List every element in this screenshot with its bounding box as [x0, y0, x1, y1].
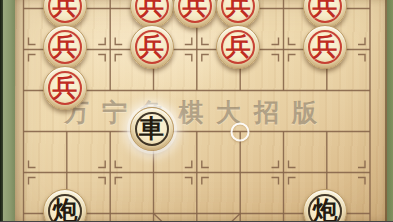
piece-red-soldier[interactable]: 兵 — [43, 25, 87, 69]
cannon-glyph: 炮 — [304, 190, 346, 222]
soldier-glyph: 兵 — [44, 26, 86, 68]
black-piece-ring — [135, 112, 169, 146]
red-piece-ring — [221, 0, 255, 23]
chariot-glyph: 車 — [131, 108, 173, 150]
watermark-text: 万宁象棋大招版 — [64, 96, 330, 129]
soldier-glyph: 兵 — [304, 26, 346, 68]
black-piece-ring — [308, 194, 342, 222]
right-green-gutter — [387, 0, 393, 221]
soldier-glyph: 兵 — [131, 26, 173, 68]
black-piece-ring — [48, 194, 82, 222]
piece-red-soldier[interactable]: 兵 — [216, 25, 260, 69]
red-piece-ring — [308, 30, 342, 64]
left-green-gutter — [3, 0, 15, 221]
red-piece-ring — [221, 30, 255, 64]
red-piece-ring — [135, 0, 169, 23]
red-piece-ring — [178, 0, 212, 23]
red-piece-ring — [135, 30, 169, 64]
soldier-glyph: 兵 — [217, 26, 259, 68]
red-piece-ring — [48, 0, 82, 23]
game-screen: 万宁象棋大招版 兵兵兵兵兵兵兵兵兵兵車炮炮 — [0, 0, 393, 221]
piece-red-soldier[interactable]: 兵 — [43, 66, 87, 110]
red-piece-ring — [48, 30, 82, 64]
move-target-marker[interactable] — [231, 122, 250, 141]
piece-red-soldier[interactable]: 兵 — [303, 25, 347, 69]
cannon-glyph: 炮 — [44, 190, 86, 222]
red-piece-ring — [308, 0, 342, 23]
piece-red-soldier[interactable]: 兵 — [130, 25, 174, 69]
piece-black-chariot[interactable]: 車 — [130, 107, 174, 151]
red-piece-ring — [48, 71, 82, 105]
soldier-glyph: 兵 — [44, 67, 86, 109]
